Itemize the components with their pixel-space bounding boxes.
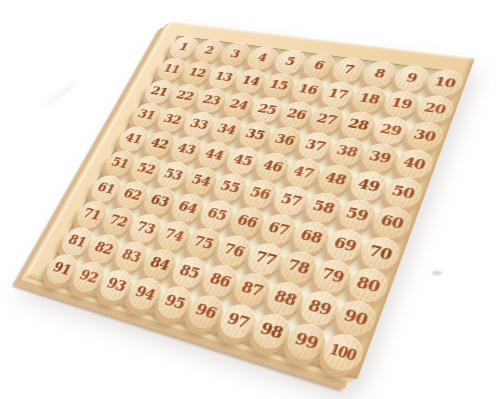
peg-number: 64 [176, 200, 199, 216]
peg-number: 69 [332, 236, 358, 255]
peg-number: 79 [319, 266, 346, 286]
peg-number: 5 [283, 56, 297, 68]
peg-number: 75 [191, 234, 215, 252]
peg-number: 71 [81, 207, 103, 223]
peg-number: 40 [401, 156, 427, 173]
peg-number: 7 [342, 64, 356, 76]
peg-number: 41 [123, 132, 144, 146]
board-scene: 1234567891011121314151617181920212223242… [0, 0, 500, 399]
peg-number: 99 [292, 331, 320, 353]
peg-number: 29 [378, 123, 403, 139]
peg-number: 84 [148, 255, 172, 273]
peg-number: 32 [161, 113, 183, 127]
peg-number: 22 [174, 89, 195, 102]
peg-number: 57 [279, 192, 304, 209]
peg-number: 31 [136, 108, 157, 121]
peg-number: 25 [256, 103, 279, 117]
peg-number: 60 [379, 213, 406, 231]
peg-number: 1 [177, 42, 190, 53]
peg-number: 73 [134, 220, 157, 237]
peg-number: 62 [121, 187, 143, 203]
peg-number: 70 [367, 244, 394, 263]
product-photo: 1234567891011121314151617181920212223242… [0, 0, 500, 399]
peg-number: 33 [188, 118, 210, 132]
peg-number: 28 [346, 117, 370, 132]
peg-number: 3 [229, 49, 242, 60]
peg-number: 58 [311, 199, 336, 216]
peg-number: 16 [296, 83, 319, 97]
peg-number: 19 [389, 97, 414, 112]
peg-number: 9 [404, 72, 418, 85]
peg-number: 72 [107, 213, 130, 229]
peg-number: 21 [149, 85, 170, 98]
peg-number: 27 [315, 112, 339, 127]
peg-number: 68 [298, 228, 324, 246]
peg-number: 66 [235, 213, 260, 230]
peg-number: 14 [240, 75, 262, 88]
peg-number: 11 [161, 63, 182, 75]
peg-number: 93 [104, 276, 128, 294]
peg-grid: 1234567891011121314151617181920212223242… [49, 35, 450, 353]
peg-number: 23 [200, 94, 222, 108]
peg-number: 63 [148, 193, 171, 209]
peg-number: 6 [312, 60, 326, 72]
peg-number: 92 [77, 268, 100, 286]
peg-number: 78 [285, 258, 311, 277]
peg-number: 94 [133, 284, 157, 303]
peg-number: 24 [228, 98, 250, 112]
hundred-board: 1234567891011121314151617181920212223242… [25, 21, 475, 380]
peg-number: 43 [175, 142, 197, 157]
peg-number: 54 [189, 173, 212, 189]
peg-number: 12 [187, 67, 208, 80]
peg-number: 10 [432, 76, 457, 90]
peg-number: 56 [248, 186, 272, 203]
peg-number: 91 [51, 260, 74, 277]
peg-number: 100 [328, 342, 358, 362]
peg-number: 76 [221, 242, 246, 260]
peg-number: 35 [244, 127, 267, 142]
peg-number: 86 [207, 271, 232, 290]
peg-number: 8 [373, 68, 387, 81]
peg-number: 26 [285, 107, 308, 121]
peg-number: 2 [202, 45, 215, 56]
peg-number: 67 [266, 220, 291, 238]
peg-number: 48 [323, 171, 348, 188]
peg-number: 82 [92, 240, 115, 257]
peg-number: 45 [231, 153, 254, 168]
peg-number: 36 [273, 133, 297, 148]
peg-number: 53 [162, 167, 185, 182]
peg-number: 55 [218, 179, 242, 195]
peg-number: 87 [239, 280, 265, 300]
peg-number: 18 [357, 92, 381, 106]
peg-number: 38 [335, 144, 360, 160]
peg-number: 50 [390, 184, 416, 202]
peg-number: 15 [268, 79, 290, 93]
peg-number: 83 [119, 248, 143, 266]
peg-number: 77 [253, 250, 278, 269]
peg-number: 4 [255, 52, 268, 64]
peg-number: 52 [135, 162, 157, 177]
peg-number: 20 [422, 101, 447, 116]
peg-number: 61 [95, 181, 117, 196]
peg-number: 34 [215, 122, 238, 136]
peg-number: 44 [203, 147, 226, 162]
peg-number: 17 [326, 87, 349, 101]
peg-number: 37 [303, 138, 327, 153]
peg-number: 98 [258, 321, 285, 342]
peg-number: 81 [66, 233, 88, 250]
peg-number: 89 [306, 298, 333, 319]
peg-number: 74 [162, 227, 186, 244]
peg-number: 96 [193, 302, 219, 322]
peg-number: 42 [148, 137, 170, 151]
peg-number: 88 [272, 289, 298, 309]
peg-number: 85 [177, 263, 202, 282]
peg-number: 39 [367, 150, 392, 166]
peg-number: 13 [213, 71, 235, 84]
peg-number: 46 [261, 159, 285, 175]
peg-number: 90 [342, 308, 370, 329]
peg-number: 51 [109, 156, 131, 171]
peg-number: 97 [225, 311, 251, 332]
peg-number: 47 [291, 165, 315, 181]
peg-number: 95 [162, 293, 187, 312]
peg-number: 65 [205, 206, 229, 223]
peg-number: 59 [344, 206, 370, 224]
peg-number: 80 [354, 275, 381, 295]
peg-number: 30 [412, 128, 437, 144]
peg-number: 49 [356, 177, 382, 194]
